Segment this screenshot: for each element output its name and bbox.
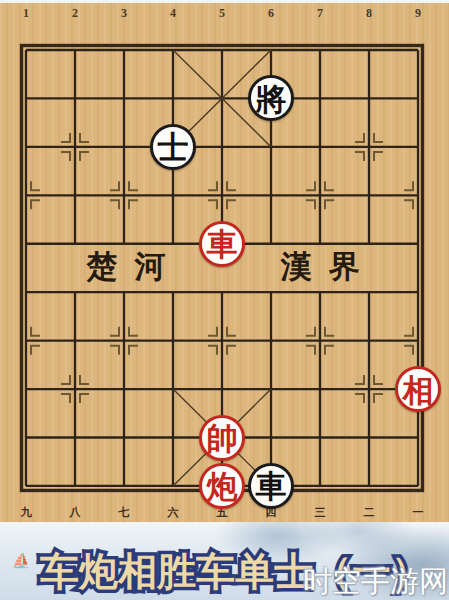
red-cannon-glyph: 炮 [207,471,238,502]
red-chariot-glyph: 車 [207,229,238,260]
sailboat-doodle: ⛵ [12,552,33,570]
red-chariot[interactable]: 車 [199,221,245,267]
screenshot-root: 123456789 九八七六五四三二一 楚河 漢界 將士車相帥炮車 ⛵ 车炮相胜… [0,0,449,600]
red-elephant-glyph: 相 [403,375,434,406]
file-label-top-3: 3 [112,6,136,20]
file-label-top-2: 2 [63,6,87,20]
xiangqi-board: 123456789 九八七六五四三二一 楚河 漢界 將士車相帥炮車 [0,3,449,522]
file-label-top-4: 4 [161,6,185,20]
black-advisor-glyph: 士 [158,132,189,163]
black-general[interactable]: 將 [248,75,294,121]
black-chariot[interactable]: 車 [248,463,294,509]
red-cannon[interactable]: 炮 [199,463,245,509]
black-chariot-glyph: 車 [256,471,287,502]
file-label-top-7: 7 [308,6,332,20]
bottom-banner: ⛵ 车炮相胜车单士（一） 车炮相胜车单士（一） 时空手游网 [0,522,449,600]
red-general[interactable]: 帥 [199,415,245,461]
file-label-top-9: 9 [406,6,430,20]
top-margin-strip [0,0,449,3]
red-elephant[interactable]: 相 [395,366,441,412]
red-general-glyph: 帥 [207,423,238,454]
black-general-glyph: 將 [256,84,287,115]
file-label-top-8: 8 [357,6,381,20]
board-grid: 將士車相帥炮車 [2,26,443,510]
file-label-top-6: 6 [259,6,283,20]
site-watermark: 时空手游网 [303,565,448,597]
black-advisor[interactable]: 士 [150,124,196,170]
file-label-top-5: 5 [210,6,234,20]
file-label-top-1: 1 [14,6,38,20]
